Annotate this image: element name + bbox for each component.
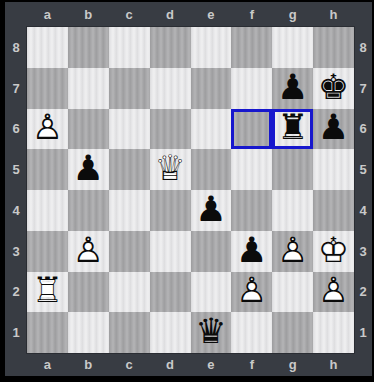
rank-label-right-8: 8 [354,40,372,55]
rank-label-left-7: 7 [5,81,27,96]
rank-label-right-4: 4 [354,203,372,218]
piece-outline: ♙ [68,231,109,272]
file-labels-top: abcdefgh [5,2,372,27]
file-label-bottom-d: d [150,357,191,372]
square-d5[interactable]: ♛♕ [150,149,191,190]
square-f1[interactable] [231,312,272,353]
piece-white-rook[interactable]: ♜♖ [27,272,68,313]
piece-white-pawn[interactable]: ♟♙ [231,272,272,313]
square-d7[interactable] [150,68,191,109]
piece-glyph: ♟ [231,231,272,272]
piece-glyph: ♟ [313,109,354,150]
square-a2[interactable]: ♜♖ [27,272,68,313]
square-e1[interactable]: ♛ [191,312,232,353]
piece-glyph: ♛ [191,312,232,353]
square-e3[interactable] [191,231,232,272]
square-e8[interactable] [191,27,232,68]
square-f8[interactable] [231,27,272,68]
square-c8[interactable] [109,27,150,68]
square-e5[interactable] [191,149,232,190]
piece-black-pawn[interactable]: ♟ [313,109,354,150]
square-f6[interactable] [231,109,272,150]
piece-black-pawn[interactable]: ♟ [272,68,313,109]
piece-outline: ♙ [27,109,68,150]
square-a1[interactable] [27,312,68,353]
square-c1[interactable] [109,312,150,353]
rank-label-right-5: 5 [354,162,372,177]
square-c7[interactable] [109,68,150,109]
file-label-bottom-h: h [313,357,354,372]
square-c4[interactable] [109,190,150,231]
square-f5[interactable] [231,149,272,190]
file-label-top-h: h [313,7,354,22]
rank-label-left-3: 3 [5,244,27,259]
board-middle-row: 87654321 ♟♚♟♙♜♟♟♛♕♟♟♙♟♟♙♚♔♜♖♟♙♟♙♛ 876543… [5,27,372,353]
square-f2[interactable]: ♟♙ [231,272,272,313]
square-b8[interactable] [68,27,109,68]
square-b4[interactable] [68,190,109,231]
piece-white-pawn[interactable]: ♟♙ [68,231,109,272]
file-label-top-f: f [231,7,272,22]
piece-white-king[interactable]: ♚♔ [313,231,354,272]
square-h5[interactable] [313,149,354,190]
square-e4[interactable]: ♟ [191,190,232,231]
square-b7[interactable] [68,68,109,109]
piece-glyph: ♟ [191,190,232,231]
square-h7[interactable]: ♚ [313,68,354,109]
square-g7[interactable]: ♟ [272,68,313,109]
square-h3[interactable]: ♚♔ [313,231,354,272]
piece-outline: ♖ [27,272,68,313]
rank-label-left-8: 8 [5,40,27,55]
square-a6[interactable]: ♟♙ [27,109,68,150]
square-f4[interactable] [231,190,272,231]
rank-labels-left: 87654321 [5,27,27,353]
square-c2[interactable] [109,272,150,313]
piece-glyph: ♟ [68,149,109,190]
square-h1[interactable] [313,312,354,353]
square-g3[interactable]: ♟♙ [272,231,313,272]
file-label-top-a: a [27,7,68,22]
piece-outline: ♔ [313,231,354,272]
file-label-bottom-c: c [109,357,150,372]
piece-black-queen[interactable]: ♛ [191,312,232,353]
piece-black-pawn[interactable]: ♟ [191,190,232,231]
piece-white-pawn[interactable]: ♟♙ [27,109,68,150]
rank-label-right-7: 7 [354,81,372,96]
piece-black-rook[interactable]: ♜ [272,109,313,150]
square-b5[interactable]: ♟ [68,149,109,190]
file-label-bottom-a: a [27,357,68,372]
square-e6[interactable] [191,109,232,150]
square-d2[interactable] [150,272,191,313]
piece-black-pawn[interactable]: ♟ [68,149,109,190]
chess-board: ♟♚♟♙♜♟♟♛♕♟♟♙♟♟♙♚♔♜♖♟♙♟♙♛ [27,27,354,353]
square-d1[interactable] [150,312,191,353]
square-g6[interactable]: ♜ [272,109,313,150]
piece-outline: ♙ [313,272,354,313]
piece-white-pawn[interactable]: ♟♙ [272,231,313,272]
file-label-top-g: g [272,7,313,22]
piece-glyph: ♜ [272,109,313,150]
square-a8[interactable] [27,27,68,68]
square-a7[interactable] [27,68,68,109]
square-a5[interactable] [27,149,68,190]
file-label-top-d: d [150,7,191,22]
square-g2[interactable] [272,272,313,313]
rank-label-left-4: 4 [5,203,27,218]
piece-black-king[interactable]: ♚ [313,68,354,109]
square-a4[interactable] [27,190,68,231]
piece-white-pawn[interactable]: ♟♙ [313,272,354,313]
piece-outline: ♕ [150,149,191,190]
square-h2[interactable]: ♟♙ [313,272,354,313]
square-d3[interactable] [150,231,191,272]
square-c3[interactable] [109,231,150,272]
piece-glyph: ♟ [272,68,313,109]
file-label-top-c: c [109,7,150,22]
square-a3[interactable] [27,231,68,272]
rank-label-left-5: 5 [5,162,27,177]
piece-outline: ♙ [272,231,313,272]
square-g1[interactable] [272,312,313,353]
square-f7[interactable] [231,68,272,109]
file-label-bottom-b: b [68,357,109,372]
file-label-bottom-f: f [231,357,272,372]
square-g4[interactable] [272,190,313,231]
file-label-bottom-g: g [272,357,313,372]
rank-label-right-3: 3 [354,244,372,259]
rank-label-left-1: 1 [5,325,27,340]
file-labels-bottom: abcdefgh [5,353,372,376]
rank-labels-right: 87654321 [354,27,372,353]
file-label-top-b: b [68,7,109,22]
rank-label-left-2: 2 [5,284,27,299]
square-c6[interactable] [109,109,150,150]
square-d4[interactable] [150,190,191,231]
rank-label-right-6: 6 [354,121,372,136]
square-h6[interactable]: ♟ [313,109,354,150]
square-g8[interactable] [272,27,313,68]
square-b6[interactable] [68,109,109,150]
chess-board-window: abcdefgh 87654321 ♟♚♟♙♜♟♟♛♕♟♟♙♟♟♙♚♔♜♖♟♙♟… [0,0,374,382]
square-b1[interactable] [68,312,109,353]
square-h8[interactable] [313,27,354,68]
piece-black-pawn[interactable]: ♟ [231,231,272,272]
square-d8[interactable] [150,27,191,68]
piece-white-queen[interactable]: ♛♕ [150,149,191,190]
rank-label-left-6: 6 [5,121,27,136]
square-e2[interactable] [191,272,232,313]
square-b3[interactable]: ♟♙ [68,231,109,272]
square-e7[interactable] [191,68,232,109]
piece-glyph: ♚ [313,68,354,109]
file-label-top-e: e [191,7,232,22]
rank-label-right-2: 2 [354,284,372,299]
rank-label-right-1: 1 [354,325,372,340]
file-label-bottom-e: e [191,357,232,372]
piece-outline: ♙ [231,272,272,313]
square-g5[interactable] [272,149,313,190]
square-b2[interactable] [68,272,109,313]
square-c5[interactable] [109,149,150,190]
square-d6[interactable] [150,109,191,150]
square-f3[interactable]: ♟ [231,231,272,272]
square-h4[interactable] [313,190,354,231]
